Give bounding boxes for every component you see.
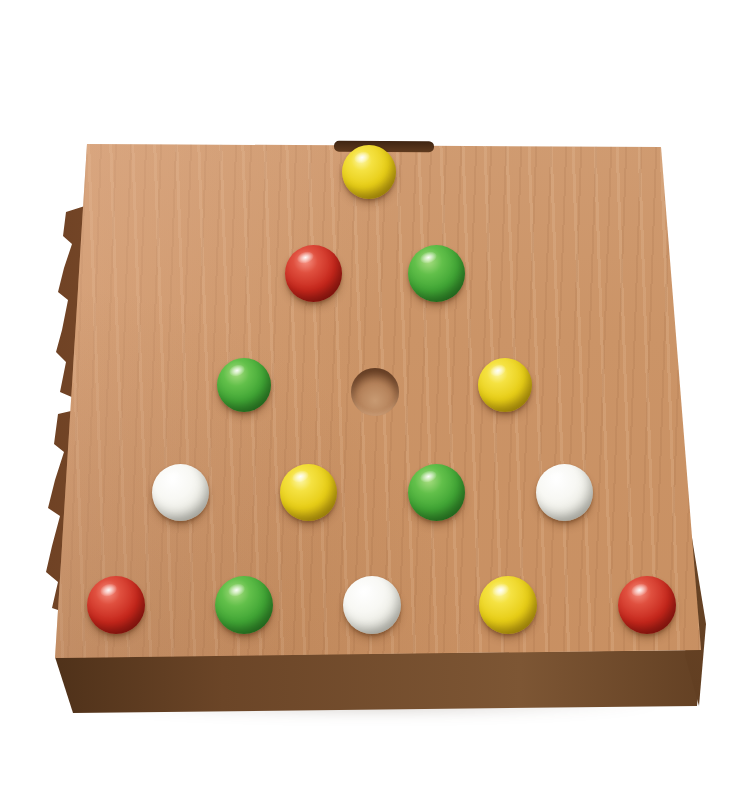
marble-green[interactable]	[215, 576, 273, 634]
board-cell	[468, 556, 532, 654]
marble-red[interactable]	[87, 576, 145, 634]
marble-red[interactable]	[285, 245, 342, 302]
marble-yellow[interactable]	[479, 576, 537, 634]
empty-hole[interactable]	[351, 368, 399, 416]
marble-yellow[interactable]	[342, 145, 396, 199]
marble-green[interactable]	[217, 358, 271, 412]
marble-white[interactable]	[343, 576, 401, 634]
marble-white[interactable]	[152, 464, 209, 521]
marble-red[interactable]	[618, 576, 676, 634]
board-cell	[212, 342, 276, 428]
board-cell	[468, 342, 532, 428]
board-cell	[340, 342, 404, 428]
board-cell	[596, 556, 660, 654]
board-cell	[532, 428, 596, 556]
board-cell	[340, 140, 404, 204]
board-cell	[148, 428, 212, 556]
board-cell	[340, 556, 404, 654]
board-cell	[212, 556, 276, 654]
board-cell	[276, 428, 340, 556]
marble-yellow[interactable]	[478, 358, 532, 412]
board-cell	[404, 204, 468, 342]
marble-green[interactable]	[408, 464, 465, 521]
peg-board[interactable]	[84, 140, 660, 654]
board-cell	[84, 556, 148, 654]
marble-white[interactable]	[536, 464, 593, 521]
peg-solitaire-photo	[0, 0, 743, 800]
marble-green[interactable]	[408, 245, 465, 302]
marble-yellow[interactable]	[280, 464, 337, 521]
board-cell	[276, 204, 340, 342]
board-cell	[404, 428, 468, 556]
